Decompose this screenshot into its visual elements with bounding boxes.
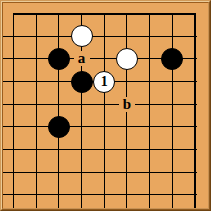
point-label-b: b (119, 97, 135, 112)
white-stone (71, 25, 93, 47)
grid-line (3, 126, 197, 127)
black-stone (71, 71, 93, 93)
grid-line (3, 104, 197, 105)
grid-line (3, 36, 197, 37)
grid-line (58, 13, 59, 208)
move-number: 1 (101, 72, 108, 92)
black-stone (48, 116, 70, 138)
grid-line (149, 13, 150, 208)
grid-line (194, 13, 196, 209)
grid-line (3, 172, 197, 173)
white-stone-move-1: 1 (93, 71, 115, 93)
point-label-a: a (74, 51, 90, 66)
grid-line (3, 194, 197, 195)
grid-line (104, 13, 105, 208)
grid-line (36, 13, 37, 208)
diagram-frame-inner: ab1 (1, 1, 210, 210)
white-stone (116, 48, 138, 70)
black-stone (48, 48, 70, 70)
grid-line (172, 13, 173, 208)
grid-line (13, 13, 14, 208)
go-board: ab1 (2, 2, 209, 209)
black-stone (161, 48, 183, 70)
diagram-frame: ab1 (0, 0, 211, 211)
grid-line (3, 149, 197, 150)
